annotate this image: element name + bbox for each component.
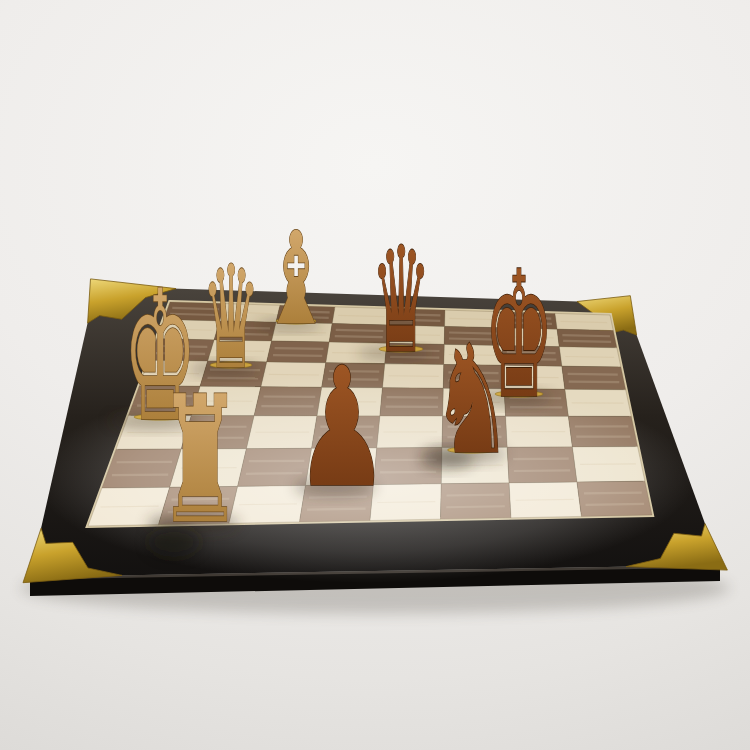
black-knight[interactable]: ♞ <box>420 313 512 488</box>
black-pawn[interactable]: ♟ <box>294 331 389 524</box>
piece-glyph: ♟ <box>295 331 390 524</box>
square-h7[interactable] <box>557 329 617 348</box>
wood-grain-streak <box>568 374 618 375</box>
white-rook[interactable]: ♜ <box>146 358 242 562</box>
wood-grain-streak <box>565 356 614 357</box>
wood-grain-streak <box>569 382 620 383</box>
piece-glyph: ♜ <box>158 358 243 562</box>
piece-glyph: ♞ <box>432 313 513 488</box>
wood-grain-streak <box>562 335 610 336</box>
chessboard-photo: ♝♛♛♚♚♞♟♜ <box>0 0 750 750</box>
square-h5[interactable] <box>562 366 626 390</box>
photo-scene: ♝♛♛♚♚♞♟♜ <box>0 0 750 750</box>
wood-grain-streak <box>563 341 611 342</box>
